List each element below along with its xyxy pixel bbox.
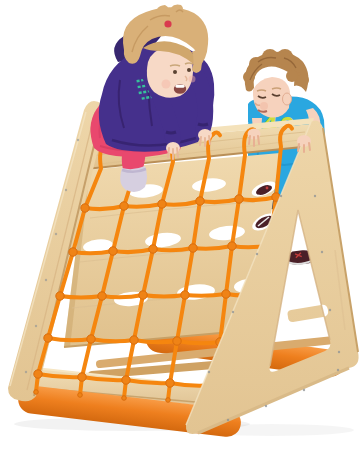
hair-tie bbox=[164, 20, 171, 27]
ponytail bbox=[156, 5, 170, 22]
climbing-frame-scene: 40 bbox=[0, 0, 363, 450]
boy-ear bbox=[283, 93, 292, 105]
photo-figure: 40 bbox=[0, 0, 363, 450]
